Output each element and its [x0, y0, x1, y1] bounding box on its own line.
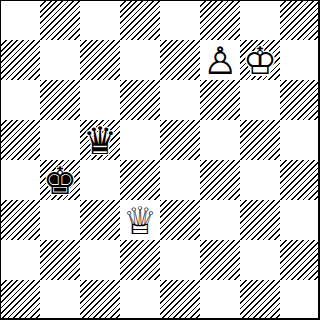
square-f8[interactable]: [200, 0, 240, 40]
square-e4[interactable]: [160, 160, 200, 200]
square-g2[interactable]: [240, 240, 280, 280]
square-e1[interactable]: [160, 280, 200, 320]
square-h2[interactable]: [280, 240, 320, 280]
square-e2[interactable]: [160, 240, 200, 280]
square-a1[interactable]: [0, 280, 40, 320]
square-b4[interactable]: ♚: [40, 160, 80, 200]
square-b7[interactable]: [40, 40, 80, 80]
square-b2[interactable]: [40, 240, 80, 280]
square-f5[interactable]: [200, 120, 240, 160]
white-king: ♔: [240, 41, 280, 81]
square-d5[interactable]: [120, 120, 160, 160]
square-a6[interactable]: [0, 80, 40, 120]
square-f6[interactable]: [200, 80, 240, 120]
square-b8[interactable]: [40, 0, 80, 40]
white-pawn: ♙: [200, 41, 240, 81]
black-queen: ♛: [80, 121, 120, 161]
square-g6[interactable]: [240, 80, 280, 120]
square-g3[interactable]: [240, 200, 280, 240]
square-c4[interactable]: [80, 160, 120, 200]
square-f7[interactable]: ♟♙: [200, 40, 240, 80]
square-d2[interactable]: [120, 240, 160, 280]
square-e7[interactable]: [160, 40, 200, 80]
square-g4[interactable]: [240, 160, 280, 200]
square-e3[interactable]: [160, 200, 200, 240]
square-g7[interactable]: ♚♔: [240, 40, 280, 80]
square-h6[interactable]: [280, 80, 320, 120]
square-d8[interactable]: [120, 0, 160, 40]
square-g5[interactable]: [240, 120, 280, 160]
square-g8[interactable]: [240, 0, 280, 40]
square-g1[interactable]: [240, 280, 280, 320]
square-h3[interactable]: [280, 200, 320, 240]
square-h7[interactable]: [280, 40, 320, 80]
square-a2[interactable]: [0, 240, 40, 280]
square-d1[interactable]: [120, 280, 160, 320]
square-c7[interactable]: [80, 40, 120, 80]
square-f4[interactable]: [200, 160, 240, 200]
square-d4[interactable]: [120, 160, 160, 200]
square-d6[interactable]: [120, 80, 160, 120]
square-h4[interactable]: [280, 160, 320, 200]
square-a8[interactable]: [0, 0, 40, 40]
white-piece-fill: ♟: [200, 41, 240, 81]
square-h8[interactable]: [280, 0, 320, 40]
square-a5[interactable]: [0, 120, 40, 160]
square-c2[interactable]: [80, 240, 120, 280]
square-c5[interactable]: ♛: [80, 120, 120, 160]
square-h5[interactable]: [280, 120, 320, 160]
square-a3[interactable]: [0, 200, 40, 240]
chess-board: ♟♙♚♔♛♚♛♕: [0, 0, 320, 320]
square-b6[interactable]: [40, 80, 80, 120]
square-b3[interactable]: [40, 200, 80, 240]
white-piece-fill: ♛: [120, 201, 160, 241]
black-king: ♚: [40, 161, 80, 201]
square-e5[interactable]: [160, 120, 200, 160]
square-e8[interactable]: [160, 0, 200, 40]
square-a4[interactable]: [0, 160, 40, 200]
square-a7[interactable]: [0, 40, 40, 80]
square-b5[interactable]: [40, 120, 80, 160]
square-c6[interactable]: [80, 80, 120, 120]
square-f3[interactable]: [200, 200, 240, 240]
square-h1[interactable]: [280, 280, 320, 320]
square-c8[interactable]: [80, 0, 120, 40]
square-e6[interactable]: [160, 80, 200, 120]
square-b1[interactable]: [40, 280, 80, 320]
square-d3[interactable]: ♛♕: [120, 200, 160, 240]
square-f1[interactable]: [200, 280, 240, 320]
white-piece-fill: ♚: [240, 41, 280, 81]
white-queen: ♕: [120, 201, 160, 241]
square-f2[interactable]: [200, 240, 240, 280]
square-d7[interactable]: [120, 40, 160, 80]
square-c1[interactable]: [80, 280, 120, 320]
square-c3[interactable]: [80, 200, 120, 240]
